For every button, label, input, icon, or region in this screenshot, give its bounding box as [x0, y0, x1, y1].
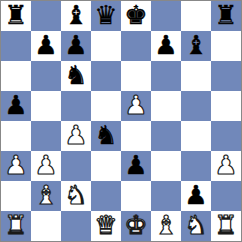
square-a1[interactable]: ♜ — [1, 211, 31, 241]
black-king[interactable]: ♚ — [124, 1, 147, 30]
square-h2[interactable] — [211, 181, 241, 211]
black-rook[interactable]: ♜ — [214, 1, 237, 30]
black-queen[interactable]: ♛ — [94, 1, 117, 30]
square-b4[interactable] — [31, 121, 61, 151]
white-knight[interactable]: ♞ — [64, 181, 87, 210]
black-pawn[interactable]: ♟ — [184, 181, 207, 210]
chess-board: ♜♝♛♚♜♟♟♟♝♞♟♟♟♞♟♟♟♟♝♞♟♜♛♚♝♞♜ — [0, 0, 242, 242]
white-pawn[interactable]: ♟ — [4, 151, 27, 180]
square-h4[interactable] — [211, 121, 241, 151]
square-e2[interactable] — [121, 181, 151, 211]
square-g1[interactable]: ♞ — [181, 211, 211, 241]
square-b7[interactable]: ♟ — [31, 31, 61, 61]
black-bishop[interactable]: ♝ — [64, 1, 87, 30]
square-d4[interactable]: ♞ — [91, 121, 121, 151]
square-c7[interactable]: ♟ — [61, 31, 91, 61]
square-c5[interactable] — [61, 91, 91, 121]
white-bishop[interactable]: ♝ — [34, 181, 57, 210]
square-c6[interactable]: ♞ — [61, 61, 91, 91]
square-a3[interactable]: ♟ — [1, 151, 31, 181]
square-a8[interactable]: ♜ — [1, 1, 31, 31]
white-rook[interactable]: ♜ — [214, 211, 237, 240]
square-e8[interactable]: ♚ — [121, 1, 151, 31]
square-c3[interactable] — [61, 151, 91, 181]
square-f1[interactable]: ♝ — [151, 211, 181, 241]
square-d2[interactable] — [91, 181, 121, 211]
square-b6[interactable] — [31, 61, 61, 91]
square-g3[interactable] — [181, 151, 211, 181]
square-d7[interactable] — [91, 31, 121, 61]
square-f5[interactable] — [151, 91, 181, 121]
black-knight[interactable]: ♞ — [94, 121, 117, 150]
white-pawn[interactable]: ♟ — [34, 151, 57, 180]
square-c1[interactable] — [61, 211, 91, 241]
black-pawn[interactable]: ♟ — [4, 91, 27, 120]
square-h1[interactable]: ♜ — [211, 211, 241, 241]
square-e4[interactable] — [121, 121, 151, 151]
square-f8[interactable] — [151, 1, 181, 31]
square-a7[interactable] — [1, 31, 31, 61]
square-e6[interactable] — [121, 61, 151, 91]
white-knight[interactable]: ♞ — [184, 211, 207, 240]
black-bishop[interactable]: ♝ — [184, 31, 207, 60]
square-g4[interactable] — [181, 121, 211, 151]
black-pawn[interactable]: ♟ — [124, 151, 147, 180]
square-e7[interactable] — [121, 31, 151, 61]
square-h7[interactable] — [211, 31, 241, 61]
square-f6[interactable] — [151, 61, 181, 91]
white-pawn[interactable]: ♟ — [214, 151, 237, 180]
square-b8[interactable] — [31, 1, 61, 31]
square-c8[interactable]: ♝ — [61, 1, 91, 31]
black-pawn[interactable]: ♟ — [34, 31, 57, 60]
white-bishop[interactable]: ♝ — [154, 211, 177, 240]
square-a6[interactable] — [1, 61, 31, 91]
square-b1[interactable] — [31, 211, 61, 241]
square-g2[interactable]: ♟ — [181, 181, 211, 211]
square-g7[interactable]: ♝ — [181, 31, 211, 61]
square-a2[interactable] — [1, 181, 31, 211]
square-e3[interactable]: ♟ — [121, 151, 151, 181]
square-g8[interactable] — [181, 1, 211, 31]
square-f2[interactable] — [151, 181, 181, 211]
square-b3[interactable]: ♟ — [31, 151, 61, 181]
black-knight[interactable]: ♞ — [64, 61, 87, 90]
square-d6[interactable] — [91, 61, 121, 91]
square-d1[interactable]: ♛ — [91, 211, 121, 241]
square-c4[interactable]: ♟ — [61, 121, 91, 151]
square-h8[interactable]: ♜ — [211, 1, 241, 31]
black-rook[interactable]: ♜ — [4, 1, 27, 30]
square-e1[interactable]: ♚ — [121, 211, 151, 241]
square-h5[interactable] — [211, 91, 241, 121]
square-g5[interactable] — [181, 91, 211, 121]
square-f7[interactable]: ♟ — [151, 31, 181, 61]
square-d3[interactable] — [91, 151, 121, 181]
square-e5[interactable]: ♟ — [121, 91, 151, 121]
square-b2[interactable]: ♝ — [31, 181, 61, 211]
square-a5[interactable]: ♟ — [1, 91, 31, 121]
black-pawn[interactable]: ♟ — [64, 31, 87, 60]
square-b5[interactable] — [31, 91, 61, 121]
square-a4[interactable] — [1, 121, 31, 151]
square-d8[interactable]: ♛ — [91, 1, 121, 31]
white-pawn[interactable]: ♟ — [64, 121, 87, 150]
square-d5[interactable] — [91, 91, 121, 121]
square-f4[interactable] — [151, 121, 181, 151]
square-c2[interactable]: ♞ — [61, 181, 91, 211]
white-king[interactable]: ♚ — [124, 211, 147, 240]
square-g6[interactable] — [181, 61, 211, 91]
square-f3[interactable] — [151, 151, 181, 181]
black-pawn[interactable]: ♟ — [154, 31, 177, 60]
square-h3[interactable]: ♟ — [211, 151, 241, 181]
white-pawn[interactable]: ♟ — [124, 91, 147, 120]
square-h6[interactable] — [211, 61, 241, 91]
white-rook[interactable]: ♜ — [4, 211, 27, 240]
white-queen[interactable]: ♛ — [94, 211, 117, 240]
